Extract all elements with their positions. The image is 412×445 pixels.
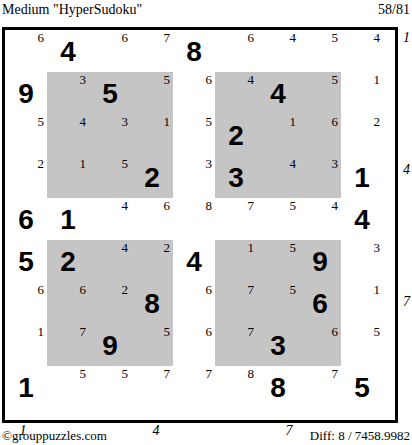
cell-r1c2[interactable]: 4 xyxy=(47,30,90,73)
cell-r7c7[interactable]: 5 xyxy=(257,282,300,325)
cell-r2c3[interactable]: 5 xyxy=(89,72,134,115)
cell-digit: 1 xyxy=(341,156,383,198)
cell-r3c4[interactable]: 1 xyxy=(131,114,174,159)
pencil-mark: 3 xyxy=(122,114,129,129)
cell-r9c9[interactable]: 5 xyxy=(341,366,383,408)
difficulty-label: Diff: 8 / 7458.9982 xyxy=(310,428,410,444)
cell-r6c6[interactable]: 1 xyxy=(215,240,260,285)
pencil-mark: 6 xyxy=(164,198,171,213)
cell-r4c9[interactable]: 1 xyxy=(341,156,383,199)
cell-digit: 9 xyxy=(5,72,47,114)
sudoku-board: 6467864549355644515431521622152334316146… xyxy=(2,27,398,423)
cell-digit: 9 xyxy=(299,240,341,282)
pencil-mark: 7 xyxy=(206,366,213,381)
cell-digit: 4 xyxy=(173,240,215,282)
cell-r2c1[interactable]: 9 xyxy=(5,72,48,115)
cell-digit: 3 xyxy=(215,156,257,198)
cell-digit: 2 xyxy=(215,114,257,156)
pencil-mark: 6 xyxy=(248,30,255,45)
cell-r6c4[interactable]: 2 xyxy=(131,240,174,285)
pencil-mark: 2 xyxy=(164,240,171,255)
cell-digit: 8 xyxy=(173,30,215,72)
col-marker-4: 4 xyxy=(146,423,166,439)
pencil-mark: 1 xyxy=(164,114,171,129)
pencil-mark: 6 xyxy=(206,72,213,87)
pencil-mark: 5 xyxy=(164,72,171,87)
cell-r6c2[interactable]: 2 xyxy=(47,240,90,285)
pencil-mark: 5 xyxy=(38,114,45,129)
pencil-mark: 4 xyxy=(332,198,339,213)
cell-r5c3[interactable]: 4 xyxy=(89,198,134,241)
cell-r1c8[interactable]: 5 xyxy=(299,30,342,73)
cell-r2c6[interactable]: 4 xyxy=(215,72,260,115)
pencil-mark: 7 xyxy=(332,366,339,381)
cell-r6c1[interactable]: 5 xyxy=(5,240,48,285)
cell-digit: 2 xyxy=(131,156,173,198)
pencil-mark: 3 xyxy=(80,72,87,87)
cell-r1c1[interactable]: 6 xyxy=(5,30,48,73)
cell-r7c8[interactable]: 6 xyxy=(299,282,342,325)
cell-r1c5[interactable]: 8 xyxy=(173,30,216,73)
pencil-mark: 6 xyxy=(206,282,213,297)
cell-digit: 2 xyxy=(47,240,89,282)
pencil-mark: 5 xyxy=(122,156,129,171)
pencil-mark: 7 xyxy=(164,366,171,381)
pencil-mark: 1 xyxy=(374,282,381,297)
cell-digit: 5 xyxy=(89,72,131,114)
cell-r1c9[interactable]: 4 xyxy=(341,30,383,73)
pencil-mark: 7 xyxy=(248,198,255,213)
cell-r4c5[interactable]: 3 xyxy=(173,156,216,199)
cell-r6c8[interactable]: 9 xyxy=(299,240,342,285)
cell-r1c3[interactable]: 6 xyxy=(89,30,134,73)
cell-r4c8[interactable]: 3 xyxy=(299,156,342,199)
cell-r5c2[interactable]: 1 xyxy=(47,198,90,241)
cell-r4c7[interactable]: 4 xyxy=(257,156,300,199)
cell-r5c4[interactable]: 6 xyxy=(131,198,174,241)
pencil-mark: 1 xyxy=(38,324,45,339)
pencil-mark: 5 xyxy=(80,366,87,381)
pencil-mark: 8 xyxy=(206,198,213,213)
cell-digit: 5 xyxy=(5,240,47,282)
cell-r6c3[interactable]: 4 xyxy=(89,240,134,285)
cell-r8c9[interactable]: 5 xyxy=(341,324,383,367)
pencil-mark: 8 xyxy=(248,366,255,381)
pencil-mark: 6 xyxy=(332,324,339,339)
pencil-mark: 3 xyxy=(374,240,381,255)
cell-r9c5[interactable]: 7 xyxy=(173,366,216,408)
pencil-mark: 6 xyxy=(122,30,129,45)
cell-r9c6[interactable]: 8 xyxy=(215,366,260,408)
cell-r9c2[interactable]: 5 xyxy=(47,366,90,408)
cell-r9c3[interactable]: 5 xyxy=(89,366,134,408)
cell-r5c9[interactable]: 4 xyxy=(341,198,383,241)
cell-digit: 9 xyxy=(89,324,131,366)
cell-r8c8[interactable]: 6 xyxy=(299,324,342,367)
cell-r3c1[interactable]: 5 xyxy=(5,114,48,159)
row-marker-4: 4 xyxy=(403,162,412,178)
pencil-mark: 1 xyxy=(80,156,87,171)
pencil-mark: 5 xyxy=(332,72,339,87)
pencil-mark: 7 xyxy=(248,282,255,297)
cell-r9c8[interactable]: 7 xyxy=(299,366,342,408)
pencil-mark: 4 xyxy=(248,72,255,87)
cell-r5c7[interactable]: 5 xyxy=(257,198,300,241)
cell-r8c5[interactable]: 6 xyxy=(173,324,216,367)
col-marker-7: 7 xyxy=(279,423,299,439)
pencil-mark: 6 xyxy=(38,282,45,297)
cell-r3c7[interactable]: 1 xyxy=(257,114,300,159)
cell-r8c2[interactable]: 7 xyxy=(47,324,90,367)
row-marker-1: 1 xyxy=(403,30,412,46)
cell-r7c3[interactable]: 2 xyxy=(89,282,134,325)
pencil-mark: 7 xyxy=(80,324,87,339)
cell-r6c9[interactable]: 3 xyxy=(341,240,383,285)
cell-r3c3[interactable]: 3 xyxy=(89,114,134,159)
pencil-mark: 4 xyxy=(290,30,297,45)
pencil-mark: 2 xyxy=(122,282,129,297)
site-credit: ©grouppuzzles.com xyxy=(2,428,107,444)
cell-r6c5[interactable]: 4 xyxy=(173,240,216,285)
cell-digit: 4 xyxy=(341,198,383,240)
cell-r3c9[interactable]: 2 xyxy=(341,114,383,159)
header: Medium "HyperSudoku" 58/81 xyxy=(0,0,412,24)
cell-r3c8[interactable]: 6 xyxy=(299,114,342,159)
cell-r2c2[interactable]: 3 xyxy=(47,72,90,115)
cell-r2c5[interactable]: 6 xyxy=(173,72,216,115)
cell-r3c2[interactable]: 4 xyxy=(47,114,90,159)
cell-r8c4[interactable]: 5 xyxy=(131,324,174,367)
cell-r4c3[interactable]: 5 xyxy=(89,156,134,199)
pencil-mark: 4 xyxy=(122,240,129,255)
cell-r9c4[interactable]: 7 xyxy=(131,366,174,408)
cell-r1c4[interactable]: 7 xyxy=(131,30,174,73)
cell-r4c1[interactable]: 2 xyxy=(5,156,48,199)
cell-digit: 6 xyxy=(5,198,47,240)
cell-r4c4[interactable]: 2 xyxy=(131,156,174,199)
pencil-mark: 2 xyxy=(38,156,45,171)
pencil-mark: 7 xyxy=(164,30,171,45)
cell-r7c2[interactable]: 6 xyxy=(47,282,90,325)
pencil-mark: 4 xyxy=(122,198,129,213)
cell-digit: 6 xyxy=(299,282,341,324)
cell-r8c1[interactable]: 1 xyxy=(5,324,48,367)
pencil-mark: 6 xyxy=(206,324,213,339)
cell-r5c8[interactable]: 4 xyxy=(299,198,342,241)
cell-r5c1[interactable]: 6 xyxy=(5,198,48,241)
pencil-mark: 3 xyxy=(332,156,339,171)
pencil-mark: 1 xyxy=(248,240,255,255)
pencil-mark: 4 xyxy=(374,30,381,45)
cell-digit: 3 xyxy=(257,324,299,366)
pencil-mark: 6 xyxy=(80,282,87,297)
cell-r6c7[interactable]: 5 xyxy=(257,240,300,285)
cell-r8c6[interactable]: 7 xyxy=(215,324,260,367)
pencil-mark: 5 xyxy=(374,324,381,339)
cell-r7c9[interactable]: 1 xyxy=(341,282,383,325)
pencil-mark: 4 xyxy=(290,156,297,171)
puzzle-title: Medium "HyperSudoku" xyxy=(2,2,142,18)
pencil-mark: 2 xyxy=(374,114,381,129)
cell-r3c6[interactable]: 2 xyxy=(215,114,260,159)
cell-digit: 8 xyxy=(131,282,173,324)
cell-digit: 1 xyxy=(47,198,89,240)
cell-r1c6[interactable]: 6 xyxy=(215,30,260,73)
row-marker-7: 7 xyxy=(403,294,412,310)
cell-r7c5[interactable]: 6 xyxy=(173,282,216,325)
cell-digit: 4 xyxy=(257,72,299,114)
pencil-mark: 5 xyxy=(164,324,171,339)
pencil-mark: 1 xyxy=(290,114,297,129)
cell-digit: 8 xyxy=(257,366,299,408)
cell-r7c1[interactable]: 6 xyxy=(5,282,48,325)
pencil-mark: 5 xyxy=(290,240,297,255)
cell-r2c4[interactable]: 5 xyxy=(131,72,174,115)
pencil-mark: 6 xyxy=(38,30,45,45)
cell-digit: 1 xyxy=(5,366,47,408)
cell-r7c4[interactable]: 8 xyxy=(131,282,174,325)
cell-digit: 4 xyxy=(47,30,89,72)
pencil-mark: 1 xyxy=(374,72,381,87)
cell-r5c6[interactable]: 7 xyxy=(215,198,260,241)
cell-r9c7[interactable]: 8 xyxy=(257,366,300,408)
cell-r1c7[interactable]: 4 xyxy=(257,30,300,73)
cell-r8c7[interactable]: 3 xyxy=(257,324,300,367)
cell-r2c8[interactable]: 5 xyxy=(299,72,342,115)
pencil-mark: 5 xyxy=(206,114,213,129)
pencil-mark: 4 xyxy=(80,114,87,129)
cell-r4c6[interactable]: 3 xyxy=(215,156,260,199)
cell-r8c3[interactable]: 9 xyxy=(89,324,134,367)
cell-r2c9[interactable]: 1 xyxy=(341,72,383,115)
pencil-mark: 5 xyxy=(290,198,297,213)
cell-r5c5[interactable]: 8 xyxy=(173,198,216,241)
puzzle-page: Medium "HyperSudoku" 58/81 6467864549355… xyxy=(0,0,412,445)
pencil-mark: 3 xyxy=(206,156,213,171)
cell-digit: 5 xyxy=(341,366,383,408)
cell-r9c1[interactable]: 1 xyxy=(5,366,48,408)
cell-r3c5[interactable]: 5 xyxy=(173,114,216,159)
cell-r7c6[interactable]: 7 xyxy=(215,282,260,325)
pencil-mark: 5 xyxy=(290,282,297,297)
pencil-mark: 5 xyxy=(332,30,339,45)
cell-r2c7[interactable]: 4 xyxy=(257,72,300,115)
pencil-mark: 6 xyxy=(332,114,339,129)
pencil-mark: 7 xyxy=(248,324,255,339)
pencil-mark: 5 xyxy=(122,366,129,381)
progress-counter: 58/81 xyxy=(378,2,410,18)
cell-r4c2[interactable]: 1 xyxy=(47,156,90,199)
